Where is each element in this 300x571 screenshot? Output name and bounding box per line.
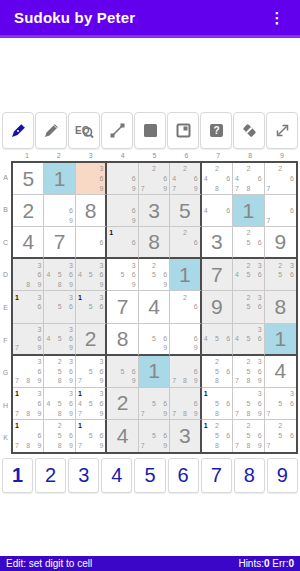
cell-value: 8 — [274, 295, 286, 319]
cell-G3[interactable]: 35679 — [76, 356, 107, 388]
cell-A6[interactable]: 24679 — [170, 163, 201, 195]
candidate-6: 6 — [158, 270, 167, 280]
cell-H4[interactable]: 2 — [107, 388, 138, 420]
candidate-4: 4 — [235, 174, 244, 184]
candidate-7: 7 — [235, 441, 244, 451]
candidate-9: 9 — [64, 280, 73, 290]
candidate-5: 5 — [212, 398, 221, 408]
cell-F1[interactable]: 3679 — [13, 324, 44, 356]
candidate-grid: 256789 — [233, 420, 263, 452]
cell-B4[interactable]: 69 — [107, 195, 138, 227]
cell-value: 2 — [117, 391, 129, 415]
col-label-5: 5 — [139, 150, 171, 161]
err-value: 0 — [288, 558, 294, 569]
candidate-6: 6 — [64, 431, 73, 441]
cell-G7[interactable]: 2568 — [202, 356, 233, 388]
cell-G6[interactable]: 6789 — [170, 356, 201, 388]
cell-D8[interactable]: 23456 — [233, 259, 264, 291]
cell-H9[interactable]: 3567 — [265, 388, 296, 420]
cell-D1[interactable]: 3689 — [13, 259, 44, 291]
cell-B6[interactable]: 5 — [170, 195, 201, 227]
cell-E9[interactable]: 8 — [265, 291, 296, 323]
candidate-3: 3 — [253, 292, 262, 302]
cell-value: 1 — [148, 359, 160, 383]
candidate-grid: 1345679 — [76, 388, 105, 419]
cell-E1[interactable]: 136 — [13, 291, 44, 323]
cell-value: 9 — [274, 230, 286, 254]
candidate-5: 5 — [212, 431, 221, 441]
candidate-6: 6 — [127, 366, 136, 376]
cell-F4[interactable]: 8 — [107, 324, 138, 356]
candidate-grid: 69 — [44, 195, 74, 226]
digit-button-9[interactable]: 9 — [267, 458, 298, 493]
line-tool-button[interactable] — [101, 112, 133, 149]
cell-value: 5 — [22, 167, 34, 191]
cell-B2[interactable]: 69 — [44, 195, 75, 227]
candidate-7: 7 — [141, 441, 150, 451]
candidate-5: 5 — [55, 270, 64, 280]
candidate-6: 6 — [189, 334, 197, 343]
cell-H2[interactable]: 345689 — [44, 388, 75, 420]
cell-value: 3 — [179, 424, 191, 448]
candidate-8: 8 — [244, 376, 253, 386]
candidate-6: 6 — [64, 366, 73, 376]
candidate-grid: 345689 — [44, 259, 74, 290]
candidate-2: 2 — [181, 164, 189, 174]
candidate-6: 6 — [221, 174, 230, 184]
digit-button-4[interactable]: 4 — [101, 458, 132, 493]
candidate-grid: 2356789 — [233, 356, 263, 387]
candidate-8: 8 — [212, 441, 221, 451]
cell-value: 4 — [117, 424, 129, 448]
cell-value: 1 — [274, 327, 286, 351]
candidate-3: 3 — [33, 260, 42, 270]
candidate-grid: 235689 — [44, 356, 74, 387]
column-labels: 123456789 — [11, 150, 298, 161]
candidate-5: 5 — [276, 431, 285, 441]
cell-C5[interactable]: 8 — [139, 227, 170, 259]
candidate-1: 1 — [204, 389, 213, 399]
digit-button-7[interactable]: 7 — [201, 458, 232, 493]
candidate-grid: 356789 — [233, 388, 263, 419]
candidate-6: 6 — [95, 238, 103, 247]
cell-F9[interactable]: 1 — [265, 324, 296, 356]
candidate-grid: 2568 — [202, 356, 232, 387]
candidate-3: 3 — [64, 389, 73, 399]
candidate-6: 6 — [158, 174, 167, 184]
cell-E6[interactable]: 26 — [170, 291, 201, 323]
help-tool-button[interactable]: ? — [200, 112, 232, 149]
candidate-3: 3 — [95, 260, 103, 270]
cell-G4[interactable]: 569 — [107, 356, 138, 388]
candidate-6: 6 — [189, 366, 197, 376]
digit-button-row: 123456789 — [2, 458, 298, 493]
candidate-9: 9 — [64, 216, 73, 226]
candidate-6: 6 — [285, 270, 294, 280]
cell-B5[interactable]: 3 — [139, 195, 170, 227]
candidate-3: 3 — [64, 292, 73, 302]
candidate-grid: 5679 — [139, 420, 169, 452]
cell-F7[interactable]: 456 — [202, 324, 233, 356]
cell-A5[interactable]: 2679 — [139, 163, 170, 195]
candidate-8: 8 — [244, 183, 253, 193]
eraser-icon — [240, 121, 259, 140]
cell-H8[interactable]: 356789 — [233, 388, 264, 420]
candidate-3: 3 — [253, 260, 262, 270]
row-label-A: A — [0, 161, 11, 194]
candidate-4: 4 — [46, 398, 55, 408]
candidate-3: 3 — [64, 260, 73, 270]
cell-A9[interactable]: 267 — [265, 163, 296, 195]
candidate-grid: 23456 — [233, 259, 263, 290]
candidate-7: 7 — [15, 408, 24, 418]
cell-C6[interactable]: 26 — [170, 227, 201, 259]
candidate-5: 5 — [86, 431, 94, 441]
candidate-6: 6 — [189, 398, 197, 408]
candidate-grid: 69 — [107, 195, 137, 226]
cell-F2[interactable]: 34569 — [44, 324, 75, 356]
candidate-5: 5 — [212, 334, 221, 343]
candidate-3: 3 — [95, 357, 103, 367]
candidate-9: 9 — [127, 376, 136, 386]
candidate-grid: 36789 — [13, 356, 43, 387]
cell-G1[interactable]: 36789 — [13, 356, 44, 388]
cell-C7[interactable]: 3 — [202, 227, 233, 259]
digit-button-3[interactable]: 3 — [68, 458, 99, 493]
candidate-6: 6 — [127, 206, 136, 216]
candidate-6: 6 — [253, 270, 262, 280]
candidate-grid: 3689 — [13, 259, 43, 290]
candidate-grid: 267 — [265, 163, 296, 194]
fill-square-tool-button[interactable] — [134, 112, 166, 149]
cell-F3[interactable]: 2 — [76, 324, 107, 356]
candidate-5: 5 — [276, 398, 285, 408]
cell-H6[interactable]: 6789 — [170, 388, 201, 420]
candidate-grid: 6789 — [170, 388, 199, 419]
cell-value: 8 — [117, 327, 129, 351]
corner-mark-tool-button[interactable] — [167, 112, 199, 149]
digit-button-5[interactable]: 5 — [134, 458, 165, 493]
candidate-5: 5 — [86, 398, 94, 408]
title-bar: Sudoku by Peter ⋮ — [0, 0, 300, 38]
candidate-1: 1 — [109, 228, 118, 237]
candidate-6: 6 — [33, 334, 42, 343]
cell-H1[interactable]: 136789 — [13, 388, 44, 420]
cell-value: 8 — [148, 230, 160, 254]
candidate-9: 9 — [158, 280, 167, 290]
candidate-grid: 67 — [265, 195, 296, 226]
question-square-icon: ? — [207, 121, 226, 140]
digit-button-6[interactable]: 6 — [168, 458, 199, 493]
candidate-grid: 69 — [107, 163, 137, 194]
cell-E8[interactable]: 2356 — [233, 291, 264, 323]
candidate-6: 6 — [95, 398, 103, 408]
cell-value: 4 — [274, 359, 286, 383]
cell-K4[interactable]: 4 — [107, 420, 138, 452]
status-bar: Edit: set digit to cell Hints:0 Err:0 — [0, 556, 300, 571]
candidate-grid: 2569 — [139, 259, 169, 290]
candidate-2: 2 — [212, 421, 221, 431]
row-label-H: H — [0, 389, 11, 422]
candidate-1: 1 — [78, 389, 86, 399]
candidate-1: 1 — [78, 421, 86, 431]
candidate-7: 7 — [172, 408, 180, 418]
candidate-7: 7 — [267, 183, 276, 193]
digit-button-8[interactable]: 8 — [234, 458, 265, 493]
candidate-3: 3 — [285, 260, 294, 270]
candidate-5: 5 — [244, 398, 253, 408]
candidate-6: 6 — [253, 334, 262, 343]
cell-C2[interactable]: 7 — [44, 227, 75, 259]
candidate-9: 9 — [64, 441, 73, 451]
candidate-2: 2 — [181, 292, 189, 302]
cell-H7[interactable]: 1568 — [202, 388, 233, 420]
svg-text:EQ: EQ — [75, 125, 90, 136]
candidate-2: 2 — [276, 164, 285, 174]
cell-C9[interactable]: 9 — [265, 227, 296, 259]
candidate-6: 6 — [285, 206, 294, 216]
svg-text:?: ? — [213, 125, 219, 136]
cell-G5[interactable]: 1 — [139, 356, 170, 388]
candidate-9: 9 — [64, 376, 73, 386]
cell-A3[interactable]: 369 — [76, 163, 107, 195]
cell-value: 8 — [85, 199, 97, 223]
cell-E4[interactable]: 7 — [107, 291, 138, 323]
candidate-3: 3 — [127, 260, 136, 270]
candidate-8: 8 — [212, 183, 221, 193]
cell-B8[interactable]: 1 — [233, 195, 264, 227]
cell-value: 1 — [54, 167, 66, 191]
cell-B7[interactable]: 46 — [202, 195, 233, 227]
cell-E7[interactable]: 9 — [202, 291, 233, 323]
candidate-grid: 1356 — [76, 291, 105, 322]
candidate-8: 8 — [212, 408, 221, 418]
pencil-icon — [42, 121, 61, 140]
col-label-2: 2 — [43, 150, 75, 161]
cell-A2[interactable]: 1 — [44, 163, 75, 195]
candidate-6: 6 — [64, 270, 73, 280]
cell-A1[interactable]: 5 — [13, 163, 44, 195]
candidate-4: 4 — [78, 270, 86, 280]
candidate-grid: 69 — [170, 324, 199, 354]
cell-A4[interactable]: 69 — [107, 163, 138, 195]
candidate-6: 6 — [189, 238, 197, 247]
cell-F6[interactable]: 69 — [170, 324, 201, 356]
cell-value: 1 — [242, 199, 254, 223]
candidate-grid: 24679 — [170, 163, 199, 194]
candidate-grid: 1568 — [202, 388, 232, 419]
candidate-9: 9 — [95, 183, 103, 193]
cell-K3[interactable]: 15679 — [76, 420, 107, 452]
cell-K7[interactable]: 12568 — [202, 420, 233, 452]
filled-square-icon — [141, 121, 160, 140]
sudoku-board-section: 123456789 ABCDEFGHK 51369692679246792468… — [0, 150, 300, 454]
cell-G2[interactable]: 235689 — [44, 356, 75, 388]
cell-B9[interactable]: 67 — [265, 195, 296, 227]
candidate-6: 6 — [95, 174, 103, 184]
candidate-7: 7 — [15, 343, 24, 352]
cell-C4[interactable]: 16 — [107, 227, 138, 259]
candidate-6: 6 — [33, 431, 42, 441]
corner-square-icon — [174, 121, 193, 140]
cell-value: 5 — [179, 199, 191, 223]
hints-value: 0 — [264, 558, 270, 569]
candidate-6: 6 — [64, 302, 73, 312]
expand-tool-button[interactable] — [266, 112, 298, 149]
candidate-6: 6 — [253, 431, 262, 441]
candidate-9: 9 — [158, 343, 167, 352]
candidate-grid: 2567 — [265, 420, 296, 452]
cell-E2[interactable]: 356 — [44, 291, 75, 323]
candidate-9: 9 — [95, 280, 103, 290]
candidate-5: 5 — [55, 302, 64, 312]
cell-K9[interactable]: 2567 — [265, 420, 296, 452]
candidate-2: 2 — [244, 228, 253, 237]
candidate-2: 2 — [181, 228, 189, 237]
candidate-grid: 26 — [170, 227, 199, 257]
candidate-2: 2 — [55, 421, 64, 431]
candidate-6: 6 — [95, 366, 103, 376]
pencil-tool-button[interactable] — [35, 112, 67, 149]
col-label-7: 7 — [202, 150, 234, 161]
candidate-6: 6 — [127, 174, 136, 184]
cell-E3[interactable]: 1356 — [76, 291, 107, 323]
candidate-8: 8 — [24, 376, 33, 386]
candidate-6: 6 — [33, 366, 42, 376]
candidate-6: 6 — [221, 398, 230, 408]
candidate-2: 2 — [244, 260, 253, 270]
candidate-3: 3 — [33, 325, 42, 334]
cell-F5[interactable]: 569 — [139, 324, 170, 356]
candidate-7: 7 — [235, 183, 244, 193]
candidate-6: 6 — [33, 270, 42, 280]
candidate-2: 2 — [244, 357, 253, 367]
cell-D2[interactable]: 345689 — [44, 259, 75, 291]
candidate-grid: 12568 — [202, 420, 232, 452]
cell-D9[interactable]: 2356 — [265, 259, 296, 291]
candidate-1: 1 — [15, 389, 24, 399]
candidate-9: 9 — [158, 441, 167, 451]
cell-value: 3 — [211, 230, 223, 254]
search-candidates-tool-button[interactable]: EQ — [68, 112, 100, 149]
cell-K5[interactable]: 5679 — [139, 420, 170, 452]
candidate-grid: 35679 — [76, 356, 105, 387]
cell-F8[interactable]: 3456 — [233, 324, 264, 356]
candidate-6: 6 — [95, 302, 103, 312]
cell-D6[interactable]: 1 — [170, 259, 201, 291]
candidate-9: 9 — [95, 441, 103, 451]
eraser-tool-button[interactable] — [233, 112, 265, 149]
candidate-2: 2 — [276, 421, 285, 431]
cell-G9[interactable]: 4 — [265, 356, 296, 388]
candidate-grid: 2356 — [233, 291, 263, 322]
candidate-3: 3 — [95, 389, 103, 399]
cell-K8[interactable]: 256789 — [233, 420, 264, 452]
row-label-F: F — [0, 324, 11, 357]
candidate-8: 8 — [212, 376, 221, 386]
candidate-6: 6 — [189, 174, 197, 184]
cell-B1[interactable]: 2 — [13, 195, 44, 227]
cell-C3[interactable]: 6 — [76, 227, 107, 259]
row-label-C: C — [0, 226, 11, 259]
candidate-5: 5 — [86, 366, 94, 376]
candidate-7: 7 — [172, 376, 180, 386]
candidate-7: 7 — [78, 408, 86, 418]
candidate-3: 3 — [33, 389, 42, 399]
cell-A8[interactable]: 24678 — [233, 163, 264, 195]
candidate-grid: 5679 — [139, 388, 169, 419]
cell-K6[interactable]: 3 — [170, 420, 201, 452]
candidate-4: 4 — [78, 398, 86, 408]
candidate-9: 9 — [127, 216, 136, 226]
candidate-9: 9 — [95, 408, 103, 418]
cell-E5[interactable]: 4 — [139, 291, 170, 323]
candidate-1: 1 — [78, 292, 86, 302]
digit-button-1[interactable]: 1 — [2, 458, 33, 493]
cell-value: 9 — [211, 295, 223, 319]
candidate-9: 9 — [253, 441, 262, 451]
cell-D5[interactable]: 2569 — [139, 259, 170, 291]
candidate-4: 4 — [235, 334, 244, 343]
candidate-8: 8 — [55, 408, 64, 418]
candidate-3: 3 — [95, 292, 103, 302]
kebab-menu-icon[interactable]: ⋮ — [268, 9, 286, 27]
candidate-1: 1 — [15, 421, 24, 431]
candidate-6: 6 — [158, 398, 167, 408]
toolbar: EQ ? — [2, 112, 298, 149]
candidate-9: 9 — [253, 408, 262, 418]
cell-K2[interactable]: 25689 — [44, 420, 75, 452]
candidate-1: 1 — [15, 292, 24, 302]
cell-D7[interactable]: 7 — [202, 259, 233, 291]
candidate-5: 5 — [150, 334, 159, 343]
candidate-9: 9 — [189, 343, 197, 352]
candidate-6: 6 — [285, 174, 294, 184]
digit-button-2[interactable]: 2 — [35, 458, 66, 493]
candidate-2: 2 — [212, 164, 221, 174]
cell-D3[interactable]: 34569 — [76, 259, 107, 291]
col-label-4: 4 — [107, 150, 139, 161]
candidate-7: 7 — [172, 183, 180, 193]
candidate-2: 2 — [212, 357, 221, 367]
cell-B3[interactable]: 8 — [76, 195, 107, 227]
candidate-6: 6 — [33, 398, 42, 408]
candidate-grid: 26 — [170, 291, 199, 322]
hints-label: Hints: — [238, 558, 264, 569]
cell-A7[interactable]: 2468 — [202, 163, 233, 195]
candidate-grid: 25689 — [44, 420, 74, 452]
cell-C1[interactable]: 4 — [13, 227, 44, 259]
cell-D4[interactable]: 3569 — [107, 259, 138, 291]
candidate-6: 6 — [95, 270, 103, 280]
row-label-B: B — [0, 194, 11, 227]
candidate-9: 9 — [189, 376, 197, 386]
candidate-6: 6 — [221, 366, 230, 376]
candidate-5: 5 — [244, 270, 253, 280]
pen-tool-button[interactable] — [2, 112, 34, 149]
candidate-grid: 3569 — [107, 259, 137, 290]
candidate-5: 5 — [244, 238, 253, 247]
cell-G8[interactable]: 2356789 — [233, 356, 264, 388]
cell-K1[interactable]: 16789 — [13, 420, 44, 452]
candidate-8: 8 — [55, 376, 64, 386]
candidate-3: 3 — [95, 164, 103, 174]
candidate-7: 7 — [235, 408, 244, 418]
cell-H5[interactable]: 5679 — [139, 388, 170, 420]
cell-C8[interactable]: 256 — [233, 227, 264, 259]
col-label-3: 3 — [75, 150, 107, 161]
cell-H3[interactable]: 1345679 — [76, 388, 107, 420]
